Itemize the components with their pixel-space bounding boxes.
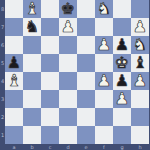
square-f8[interactable]: ♞: [95, 0, 113, 18]
square-g4[interactable]: ♟: [113, 72, 131, 90]
piece-white-pawn[interactable]: ♟: [133, 72, 147, 90]
square-e6[interactable]: [77, 36, 95, 54]
square-d4[interactable]: [59, 72, 77, 90]
square-a3[interactable]: [5, 90, 23, 108]
square-e2[interactable]: [77, 108, 95, 126]
square-e4[interactable]: [77, 72, 95, 90]
chess-board-frame: ♝♚♞♞♟♟♟♟♞♟♚♝♝♟♟♟♟ 87654321 abcdefgh: [0, 0, 150, 150]
piece-white-pawn[interactable]: ♟: [97, 72, 111, 90]
square-e5[interactable]: [77, 54, 95, 72]
file-label-a: a: [12, 145, 15, 150]
square-e8[interactable]: [77, 0, 95, 18]
square-f7[interactable]: [95, 18, 113, 36]
rank-label-4: 4: [0, 79, 5, 84]
square-g6[interactable]: ♟: [113, 36, 131, 54]
square-c3[interactable]: [41, 90, 59, 108]
square-b6[interactable]: [23, 36, 41, 54]
square-d3[interactable]: [59, 90, 77, 108]
square-h1[interactable]: [131, 126, 149, 144]
rank-label-1: 1: [0, 133, 5, 138]
piece-black-pawn[interactable]: ♟: [115, 36, 129, 54]
file-label-f: f: [103, 145, 105, 150]
square-d2[interactable]: [59, 108, 77, 126]
square-d5[interactable]: [59, 54, 77, 72]
square-c2[interactable]: [41, 108, 59, 126]
square-f3[interactable]: [95, 90, 113, 108]
square-h4[interactable]: ♟: [131, 72, 149, 90]
square-b1[interactable]: [23, 126, 41, 144]
square-h3[interactable]: [131, 90, 149, 108]
piece-black-bishop[interactable]: ♝: [133, 54, 147, 72]
piece-white-knight[interactable]: ♞: [133, 36, 147, 54]
chess-board: ♝♚♞♞♟♟♟♟♞♟♚♝♝♟♟♟♟: [5, 0, 149, 144]
square-f2[interactable]: [95, 108, 113, 126]
square-b2[interactable]: [23, 108, 41, 126]
square-d7[interactable]: ♟: [59, 18, 77, 36]
square-b3[interactable]: [23, 90, 41, 108]
square-a4[interactable]: ♝: [5, 72, 23, 90]
square-e1[interactable]: [77, 126, 95, 144]
square-f5[interactable]: [95, 54, 113, 72]
piece-white-pawn[interactable]: ♟: [115, 90, 129, 108]
square-b4[interactable]: [23, 72, 41, 90]
file-label-c: c: [49, 145, 52, 150]
square-g7[interactable]: [113, 18, 131, 36]
square-f4[interactable]: ♟: [95, 72, 113, 90]
rank-label-2: 2: [0, 115, 5, 120]
square-d6[interactable]: [59, 36, 77, 54]
square-g2[interactable]: [113, 108, 131, 126]
square-h2[interactable]: [131, 108, 149, 126]
piece-black-pawn[interactable]: ♟: [115, 72, 129, 90]
square-a7[interactable]: [5, 18, 23, 36]
piece-black-king[interactable]: ♚: [61, 0, 75, 18]
square-a1[interactable]: [5, 126, 23, 144]
piece-white-pawn[interactable]: ♟: [61, 18, 75, 36]
square-e3[interactable]: [77, 90, 95, 108]
square-f1[interactable]: [95, 126, 113, 144]
square-e7[interactable]: [77, 18, 95, 36]
square-f6[interactable]: ♟: [95, 36, 113, 54]
square-c6[interactable]: [41, 36, 59, 54]
piece-white-bishop[interactable]: ♝: [25, 0, 39, 18]
square-b8[interactable]: ♝: [23, 0, 41, 18]
square-d1[interactable]: [59, 126, 77, 144]
file-label-h: h: [138, 145, 141, 150]
file-label-d: d: [66, 145, 69, 150]
square-c7[interactable]: [41, 18, 59, 36]
square-c5[interactable]: [41, 54, 59, 72]
square-c4[interactable]: [41, 72, 59, 90]
file-label-e: e: [84, 145, 87, 150]
square-a2[interactable]: [5, 108, 23, 126]
file-label-g: g: [120, 145, 123, 150]
square-h6[interactable]: ♞: [131, 36, 149, 54]
square-a8[interactable]: [5, 0, 23, 18]
piece-white-pawn[interactable]: ♟: [133, 18, 147, 36]
piece-white-king[interactable]: ♚: [115, 54, 129, 72]
rank-label-6: 6: [0, 43, 5, 48]
piece-black-pawn[interactable]: ♟: [7, 54, 21, 72]
square-g5[interactable]: ♚: [113, 54, 131, 72]
square-a5[interactable]: ♟: [5, 54, 23, 72]
square-h7[interactable]: ♟: [131, 18, 149, 36]
piece-white-bishop[interactable]: ♝: [7, 72, 21, 90]
square-g8[interactable]: [113, 0, 131, 18]
square-c1[interactable]: [41, 126, 59, 144]
square-b7[interactable]: ♞: [23, 18, 41, 36]
rank-label-7: 7: [0, 25, 5, 30]
piece-black-knight[interactable]: ♞: [25, 18, 39, 36]
square-d8[interactable]: ♚: [59, 0, 77, 18]
square-h8[interactable]: [131, 0, 149, 18]
piece-white-knight[interactable]: ♞: [97, 0, 111, 18]
piece-white-pawn[interactable]: ♟: [97, 36, 111, 54]
square-b5[interactable]: [23, 54, 41, 72]
rank-label-8: 8: [0, 7, 5, 12]
rank-label-5: 5: [0, 61, 5, 66]
square-g3[interactable]: ♟: [113, 90, 131, 108]
square-g1[interactable]: [113, 126, 131, 144]
square-a6[interactable]: [5, 36, 23, 54]
rank-label-3: 3: [0, 97, 5, 102]
file-label-b: b: [30, 145, 33, 150]
square-c8[interactable]: [41, 0, 59, 18]
square-h5[interactable]: ♝: [131, 54, 149, 72]
